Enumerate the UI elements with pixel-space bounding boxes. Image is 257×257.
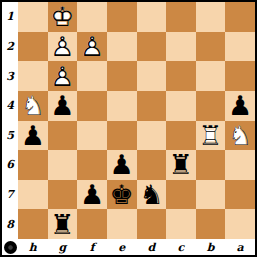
square-b6[interactable] [196,150,226,180]
chess-board: 1♚♔2♟♙♟♙3♟♙4♞♘♟♟5♟♜♖♞♘6♟♜7♟♚♞8♜hgfedcba [2,2,255,255]
square-d3[interactable] [137,61,167,91]
square-e7[interactable]: ♚ [107,180,137,210]
square-g7[interactable] [48,180,78,210]
square-c4[interactable] [166,91,196,121]
white-rook-outline: ♖ [196,121,226,151]
square-f5[interactable] [77,121,107,151]
square-d8[interactable] [137,209,167,239]
file-label-c: c [166,239,196,255]
board-corner [2,239,18,255]
square-f7[interactable]: ♟ [77,180,107,210]
square-f4[interactable] [77,91,107,121]
square-d4[interactable] [137,91,167,121]
square-a7[interactable] [225,180,255,210]
square-e6[interactable]: ♟ [107,150,137,180]
square-h6[interactable] [18,150,48,180]
square-a6[interactable] [225,150,255,180]
square-c6[interactable]: ♜ [166,150,196,180]
square-g4[interactable]: ♟ [48,91,78,121]
piece-black-pawn[interactable]: ♟ [77,180,107,210]
square-a3[interactable] [225,61,255,91]
black-pawn-glyph: ♟ [225,91,255,121]
black-rook-glyph: ♜ [48,209,78,239]
white-pawn-outline: ♙ [48,32,78,62]
square-c7[interactable] [166,180,196,210]
square-g8[interactable]: ♜ [48,209,78,239]
square-a4[interactable]: ♟ [225,91,255,121]
square-c2[interactable] [166,32,196,62]
black-pawn-glyph: ♟ [77,180,107,210]
square-b4[interactable] [196,91,226,121]
piece-black-pawn[interactable]: ♟ [48,91,78,121]
piece-black-knight[interactable]: ♞ [137,180,167,210]
square-g2[interactable]: ♟♙ [48,32,78,62]
white-king-outline: ♔ [48,2,78,32]
piece-black-rook[interactable]: ♜ [166,150,196,180]
square-d7[interactable]: ♞ [137,180,167,210]
black-pawn-glyph: ♟ [48,91,78,121]
rank-label-4: 4 [2,91,18,121]
square-h2[interactable] [18,32,48,62]
file-label-b: b [196,239,226,255]
black-king-glyph: ♚ [107,180,137,210]
square-h4[interactable]: ♞♘ [18,91,48,121]
rank-label-1: 1 [2,2,18,32]
white-knight-outline: ♘ [225,121,255,151]
file-label-g: g [48,239,78,255]
square-e2[interactable] [107,32,137,62]
piece-white-pawn[interactable]: ♟♙ [77,32,107,62]
square-d6[interactable] [137,150,167,180]
piece-black-king[interactable]: ♚ [107,180,137,210]
square-b2[interactable] [196,32,226,62]
square-b1[interactable] [196,2,226,32]
piece-white-knight[interactable]: ♞♘ [225,121,255,151]
square-h7[interactable] [18,180,48,210]
square-e5[interactable] [107,121,137,151]
square-f2[interactable]: ♟♙ [77,32,107,62]
square-d2[interactable] [137,32,167,62]
square-e4[interactable] [107,91,137,121]
square-d1[interactable] [137,2,167,32]
piece-white-pawn[interactable]: ♟♙ [48,32,78,62]
square-f1[interactable] [77,2,107,32]
square-b8[interactable] [196,209,226,239]
file-label-f: f [77,239,107,255]
square-g5[interactable] [48,121,78,151]
square-g6[interactable] [48,150,78,180]
square-e3[interactable] [107,61,137,91]
rank-label-8: 8 [2,209,18,239]
square-d5[interactable] [137,121,167,151]
rank-label-3: 3 [2,61,18,91]
piece-black-rook[interactable]: ♜ [48,209,78,239]
square-a1[interactable] [225,2,255,32]
black-pawn-glyph: ♟ [107,150,137,180]
white-pawn-outline: ♙ [77,32,107,62]
piece-black-pawn[interactable]: ♟ [225,91,255,121]
piece-white-knight[interactable]: ♞♘ [18,91,48,121]
square-a8[interactable] [225,209,255,239]
file-label-e: e [107,239,137,255]
square-c8[interactable] [166,209,196,239]
square-b3[interactable] [196,61,226,91]
black-knight-glyph: ♞ [137,180,167,210]
piece-white-king[interactable]: ♚♔ [48,2,78,32]
square-b5[interactable]: ♜♖ [196,121,226,151]
square-h1[interactable] [18,2,48,32]
square-e1[interactable] [107,2,137,32]
square-g3[interactable]: ♟♙ [48,61,78,91]
square-e8[interactable] [107,209,137,239]
square-c3[interactable] [166,61,196,91]
piece-white-pawn[interactable]: ♟♙ [48,61,78,91]
piece-black-pawn[interactable]: ♟ [18,121,48,151]
rank-label-5: 5 [2,121,18,151]
white-knight-outline: ♘ [18,91,48,121]
square-g1[interactable]: ♚♔ [48,2,78,32]
file-label-a: a [225,239,255,255]
square-h5[interactable]: ♟ [18,121,48,151]
file-label-d: d [137,239,167,255]
board-frame: 1♚♔2♟♙♟♙3♟♙4♞♘♟♟5♟♜♖♞♘6♟♜7♟♚♞8♜hgfedcba [0,0,257,257]
piece-white-rook[interactable]: ♜♖ [196,121,226,151]
square-c5[interactable] [166,121,196,151]
square-f3[interactable] [77,61,107,91]
square-h3[interactable] [18,61,48,91]
white-pawn-outline: ♙ [48,61,78,91]
square-f6[interactable] [77,150,107,180]
piece-black-pawn[interactable]: ♟ [107,150,137,180]
square-h8[interactable] [18,209,48,239]
square-b7[interactable] [196,180,226,210]
square-c1[interactable] [166,2,196,32]
black-rook-glyph: ♜ [166,150,196,180]
rank-label-2: 2 [2,32,18,62]
rank-label-6: 6 [2,150,18,180]
rank-label-7: 7 [2,180,18,210]
square-a5[interactable]: ♞♘ [225,121,255,151]
file-label-h: h [18,239,48,255]
square-a2[interactable] [225,32,255,62]
black-pawn-glyph: ♟ [18,121,48,151]
square-f8[interactable] [77,209,107,239]
side-to-move-indicator-black [4,241,17,254]
